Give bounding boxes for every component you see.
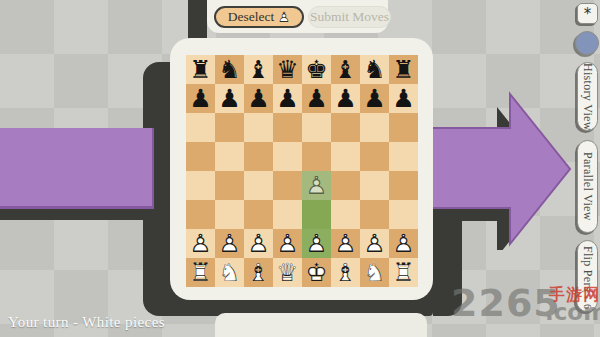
- white-knight: ♞♘: [215, 258, 244, 287]
- square-f6[interactable]: [331, 113, 360, 142]
- toolbar: Deselect ♟♙ Submit Moves: [207, 0, 388, 33]
- move-nav-button[interactable]: ←6: [576, 290, 598, 312]
- square-c8[interactable]: ♝: [244, 55, 273, 84]
- square-h3[interactable]: [389, 200, 418, 229]
- square-g5[interactable]: [360, 142, 389, 171]
- square-g6[interactable]: [360, 113, 389, 142]
- submit-moves-button[interactable]: Submit Moves: [308, 6, 391, 28]
- parallel-view-button[interactable]: Parallel View: [577, 140, 598, 233]
- chess-board: ♜♞♝♛♚♝♞♜♟♟♟♟♟♟♟♟♟♙♟♙♟♙♟♙♟♙♟♙♟♙♟♙♟♙♜♖♞♘♝♗…: [186, 55, 418, 287]
- square-g3[interactable]: [360, 200, 389, 229]
- white-pawn: ♟♙: [273, 229, 302, 258]
- black-bishop: ♝: [331, 55, 360, 84]
- black-pawn: ♟: [273, 84, 302, 113]
- outgoing-move-arrow: [420, 80, 600, 250]
- square-b6[interactable]: [215, 113, 244, 142]
- square-d3[interactable]: [273, 200, 302, 229]
- square-e1[interactable]: ♚♔: [302, 258, 331, 287]
- square-a6[interactable]: [186, 113, 215, 142]
- square-g4[interactable]: [360, 171, 389, 200]
- white-pawn-icon: ♟♙: [277, 9, 290, 26]
- white-knight: ♞♘: [360, 258, 389, 287]
- square-b7[interactable]: ♟: [215, 84, 244, 113]
- white-pawn: ♟♙: [302, 229, 331, 258]
- black-pawn: ♟: [244, 84, 273, 113]
- square-d1[interactable]: ♛♕: [273, 258, 302, 287]
- square-g2[interactable]: ♟♙: [360, 229, 389, 258]
- square-h7[interactable]: ♟: [389, 84, 418, 113]
- black-bishop: ♝: [244, 55, 273, 84]
- square-c1[interactable]: ♝♗: [244, 258, 273, 287]
- square-c7[interactable]: ♟: [244, 84, 273, 113]
- square-g7[interactable]: ♟: [360, 84, 389, 113]
- square-a7[interactable]: ♟: [186, 84, 215, 113]
- black-king: ♚: [302, 55, 331, 84]
- chess-app: Deselect ♟♙ Submit Moves ♜♞♝♛♚♝♞♜♟♟♟♟♟♟♟…: [0, 0, 600, 337]
- square-f7[interactable]: ♟: [331, 84, 360, 113]
- square-f1[interactable]: ♝♗: [331, 258, 360, 287]
- black-pawn: ♟: [302, 84, 331, 113]
- white-pawn: ♟♙: [186, 229, 215, 258]
- square-a8[interactable]: ♜: [186, 55, 215, 84]
- white-pawn: ♟♙: [215, 229, 244, 258]
- turn-status-text: Your turn - White pieces: [8, 314, 165, 331]
- black-pawn: ♟: [389, 84, 418, 113]
- square-b5[interactable]: [215, 142, 244, 171]
- black-pawn: ♟: [186, 84, 215, 113]
- square-h2[interactable]: ♟♙: [389, 229, 418, 258]
- board-panel: ♜♞♝♛♚♝♞♜♟♟♟♟♟♟♟♟♟♙♟♙♟♙♟♙♟♙♟♙♟♙♟♙♟♙♜♖♞♘♝♗…: [170, 38, 433, 300]
- ghost-white-pawn: ♟♙: [302, 171, 331, 200]
- square-f8[interactable]: ♝: [331, 55, 360, 84]
- square-f2[interactable]: ♟♙: [331, 229, 360, 258]
- square-f5[interactable]: [331, 142, 360, 171]
- white-rook: ♜♖: [389, 258, 418, 287]
- square-h4[interactable]: [389, 171, 418, 200]
- square-f3[interactable]: [331, 200, 360, 229]
- square-e8[interactable]: ♚: [302, 55, 331, 84]
- black-pawn: ♟: [360, 84, 389, 113]
- top-strip-shadow: [188, 0, 207, 40]
- player-color-indicator[interactable]: [575, 31, 599, 55]
- square-b8[interactable]: ♞: [215, 55, 244, 84]
- square-a1[interactable]: ♜♖: [186, 258, 215, 287]
- history-view-button[interactable]: History View: [577, 62, 598, 131]
- square-c2[interactable]: ♟♙: [244, 229, 273, 258]
- white-pawn: ♟♙: [244, 229, 273, 258]
- black-knight: ♞: [360, 55, 389, 84]
- square-d8[interactable]: ♛: [273, 55, 302, 84]
- asterisk-button[interactable]: *: [577, 3, 598, 24]
- square-c3[interactable]: [244, 200, 273, 229]
- square-e2[interactable]: ♟♙: [302, 229, 331, 258]
- square-f4[interactable]: [331, 171, 360, 200]
- white-bishop: ♝♗: [331, 258, 360, 287]
- square-d4[interactable]: [273, 171, 302, 200]
- white-pawn: ♟♙: [360, 229, 389, 258]
- square-g8[interactable]: ♞: [360, 55, 389, 84]
- submit-moves-label: Submit Moves: [310, 9, 389, 25]
- white-pawn: ♟♙: [331, 229, 360, 258]
- white-rook: ♜♖: [186, 258, 215, 287]
- square-c4[interactable]: [244, 171, 273, 200]
- bottom-strip: [215, 313, 427, 337]
- watermark-number: 2265: [451, 281, 561, 325]
- white-pawn: ♟♙: [389, 229, 418, 258]
- black-rook: ♜: [389, 55, 418, 84]
- black-queen: ♛: [273, 55, 302, 84]
- square-b2[interactable]: ♟♙: [215, 229, 244, 258]
- black-rook: ♜: [186, 55, 215, 84]
- square-d2[interactable]: ♟♙: [273, 229, 302, 258]
- square-b1[interactable]: ♞♘: [215, 258, 244, 287]
- black-pawn: ♟: [215, 84, 244, 113]
- square-a2[interactable]: ♟♙: [186, 229, 215, 258]
- black-knight: ♞: [215, 55, 244, 84]
- incoming-move-arrow: [0, 128, 154, 209]
- square-h6[interactable]: [389, 113, 418, 142]
- black-pawn: ♟: [331, 84, 360, 113]
- square-c5[interactable]: [244, 142, 273, 171]
- square-e5[interactable]: [302, 142, 331, 171]
- square-b3[interactable]: [215, 200, 244, 229]
- deselect-button[interactable]: Deselect ♟♙: [214, 6, 304, 28]
- square-c6[interactable]: [244, 113, 273, 142]
- square-h5[interactable]: [389, 142, 418, 171]
- square-d6[interactable]: [273, 113, 302, 142]
- white-bishop: ♝♗: [244, 258, 273, 287]
- deselect-label: Deselect: [228, 9, 274, 25]
- square-h1[interactable]: ♜♖: [389, 258, 418, 287]
- square-g1[interactable]: ♞♘: [360, 258, 389, 287]
- square-e4[interactable]: ♟♙: [302, 171, 331, 200]
- white-king: ♚♔: [302, 258, 331, 287]
- square-b4[interactable]: [215, 171, 244, 200]
- square-d5[interactable]: [273, 142, 302, 171]
- square-a3[interactable]: [186, 200, 215, 229]
- square-e3[interactable]: [302, 200, 331, 229]
- square-h8[interactable]: ♜: [389, 55, 418, 84]
- square-e7[interactable]: ♟: [302, 84, 331, 113]
- square-a4[interactable]: [186, 171, 215, 200]
- square-a5[interactable]: [186, 142, 215, 171]
- square-e6[interactable]: [302, 113, 331, 142]
- square-d7[interactable]: ♟: [273, 84, 302, 113]
- white-queen: ♛♕: [273, 258, 302, 287]
